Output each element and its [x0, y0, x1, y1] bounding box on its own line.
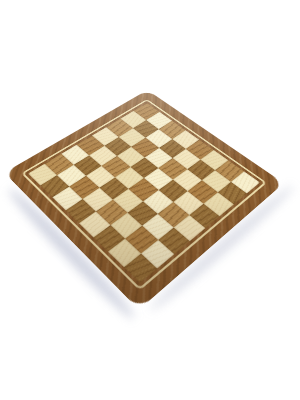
square-c7	[70, 176, 100, 199]
square-h2	[218, 181, 248, 204]
square-h7	[141, 240, 174, 269]
square-h8	[124, 253, 158, 283]
square-g7	[126, 226, 158, 253]
square-g3	[188, 180, 218, 203]
square-h4	[189, 203, 220, 228]
square-h3	[204, 192, 234, 216]
square-h6	[158, 227, 190, 254]
square-d8	[65, 198, 96, 223]
square-g6	[142, 214, 174, 240]
square-e5	[129, 178, 159, 201]
chess-board	[4, 90, 284, 310]
board-frame	[4, 90, 284, 310]
square-e6	[113, 189, 143, 213]
square-f6	[127, 201, 158, 226]
square-f7	[111, 212, 143, 238]
square-e7	[96, 200, 127, 225]
square-g4	[173, 191, 203, 215]
square-f5	[143, 190, 173, 214]
square-b8	[40, 175, 70, 198]
product-photo	[0, 0, 300, 400]
square-g8	[108, 238, 141, 266]
square-d6	[99, 177, 129, 200]
square-f8	[93, 224, 125, 251]
square-f4	[158, 179, 188, 202]
square-e8	[79, 211, 111, 237]
square-c8	[52, 186, 82, 210]
square-h5	[174, 215, 206, 241]
square-d7	[83, 187, 113, 211]
square-g5	[158, 202, 189, 227]
